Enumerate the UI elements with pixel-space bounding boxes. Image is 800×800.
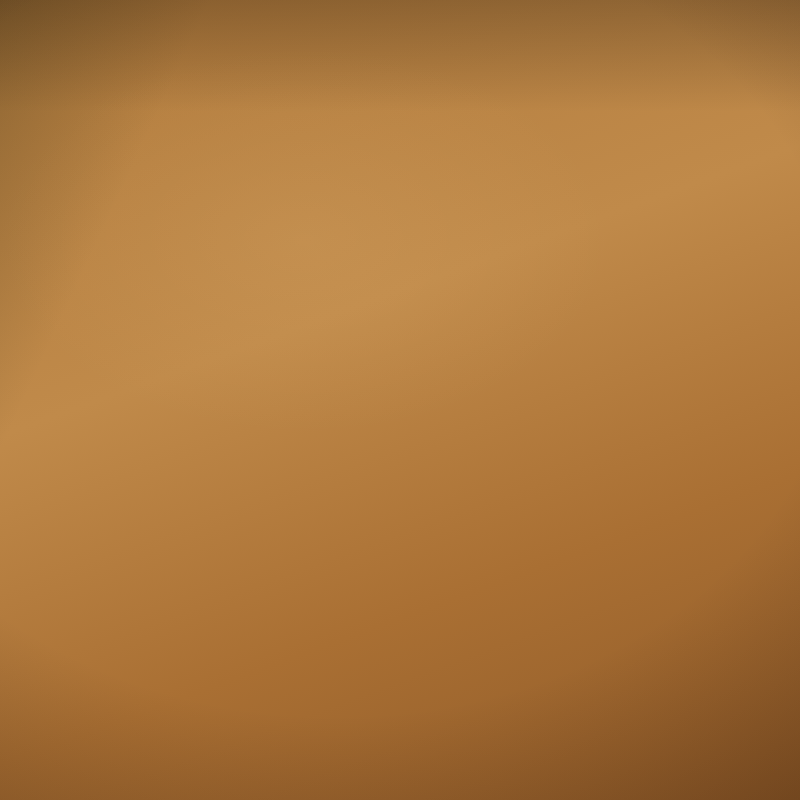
xiangqi-photo-scene — [0, 0, 800, 800]
board-and-table-graphic — [0, 0, 800, 800]
